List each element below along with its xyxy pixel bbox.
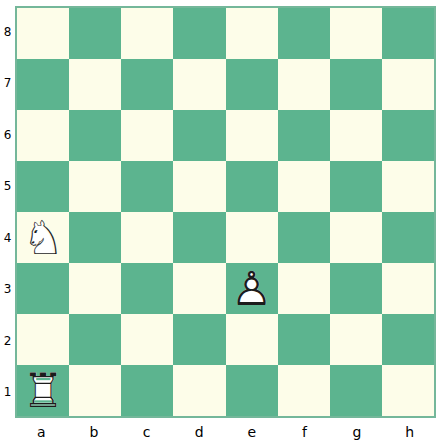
square-d6[interactable]	[173, 110, 225, 161]
file-label-b: b	[68, 420, 121, 445]
square-f4[interactable]	[278, 212, 330, 263]
square-f5[interactable]	[278, 161, 330, 212]
file-label-g: g	[331, 420, 384, 445]
file-label-e: e	[226, 420, 279, 445]
square-g3[interactable]	[330, 263, 382, 314]
square-f7[interactable]	[278, 59, 330, 110]
square-a2[interactable]	[17, 314, 69, 365]
square-h4[interactable]	[382, 212, 434, 263]
square-e8[interactable]	[226, 8, 278, 59]
square-h3[interactable]	[382, 263, 434, 314]
square-h5[interactable]	[382, 161, 434, 212]
square-d2[interactable]	[173, 314, 225, 365]
square-c8[interactable]	[121, 8, 173, 59]
rank-label-6: 6	[0, 109, 15, 161]
file-label-d: d	[173, 420, 226, 445]
square-c3[interactable]	[121, 263, 173, 314]
square-c7[interactable]	[121, 59, 173, 110]
file-label-f: f	[278, 420, 331, 445]
file-label-c: c	[120, 420, 173, 445]
white-knight-outline-icon: ♘	[17, 212, 69, 263]
square-a1[interactable]: ♜♖	[17, 365, 69, 416]
square-g6[interactable]	[330, 110, 382, 161]
white-rook-piece[interactable]: ♜♖	[17, 365, 69, 416]
square-c5[interactable]	[121, 161, 173, 212]
square-h8[interactable]	[382, 8, 434, 59]
square-a6[interactable]	[17, 110, 69, 161]
square-h2[interactable]	[382, 314, 434, 365]
square-d1[interactable]	[173, 365, 225, 416]
square-g4[interactable]	[330, 212, 382, 263]
square-b5[interactable]	[69, 161, 121, 212]
square-g8[interactable]	[330, 8, 382, 59]
rank-label-3: 3	[0, 264, 15, 316]
square-c6[interactable]	[121, 110, 173, 161]
square-f2[interactable]	[278, 314, 330, 365]
square-d8[interactable]	[173, 8, 225, 59]
square-b4[interactable]	[69, 212, 121, 263]
square-b2[interactable]	[69, 314, 121, 365]
rank-label-1: 1	[0, 367, 15, 419]
square-a4[interactable]: ♞♘	[17, 212, 69, 263]
square-f6[interactable]	[278, 110, 330, 161]
rank-label-2: 2	[0, 315, 15, 367]
square-c1[interactable]	[121, 365, 173, 416]
square-h1[interactable]	[382, 365, 434, 416]
file-label-h: h	[383, 420, 436, 445]
square-f8[interactable]	[278, 8, 330, 59]
square-d3[interactable]	[173, 263, 225, 314]
square-h7[interactable]	[382, 59, 434, 110]
square-e6[interactable]	[226, 110, 278, 161]
board: ♞♘♟♙♜♖	[15, 6, 436, 418]
square-d5[interactable]	[173, 161, 225, 212]
square-e3[interactable]: ♟♙	[226, 263, 278, 314]
square-h6[interactable]	[382, 110, 434, 161]
file-label-a: a	[15, 420, 68, 445]
square-a7[interactable]	[17, 59, 69, 110]
square-g1[interactable]	[330, 365, 382, 416]
square-a8[interactable]	[17, 8, 69, 59]
white-pawn-outline-icon: ♙	[226, 263, 278, 314]
square-d4[interactable]	[173, 212, 225, 263]
square-f1[interactable]	[278, 365, 330, 416]
white-pawn-piece[interactable]: ♟♙	[226, 263, 278, 314]
square-e4[interactable]	[226, 212, 278, 263]
square-g7[interactable]	[330, 59, 382, 110]
rank-label-7: 7	[0, 58, 15, 110]
square-e1[interactable]	[226, 365, 278, 416]
rank-labels: 87654321	[0, 6, 15, 418]
file-labels: abcdefgh	[15, 420, 436, 445]
rank-label-8: 8	[0, 6, 15, 58]
square-d7[interactable]	[173, 59, 225, 110]
square-b3[interactable]	[69, 263, 121, 314]
white-knight-piece[interactable]: ♞♘	[17, 212, 69, 263]
square-a3[interactable]	[17, 263, 69, 314]
square-e5[interactable]	[226, 161, 278, 212]
square-e7[interactable]	[226, 59, 278, 110]
square-e2[interactable]	[226, 314, 278, 365]
white-rook-outline-icon: ♖	[17, 365, 69, 416]
square-c4[interactable]	[121, 212, 173, 263]
square-b6[interactable]	[69, 110, 121, 161]
rank-label-5: 5	[0, 161, 15, 213]
square-f3[interactable]	[278, 263, 330, 314]
rank-label-4: 4	[0, 212, 15, 264]
square-b1[interactable]	[69, 365, 121, 416]
square-g5[interactable]	[330, 161, 382, 212]
square-g2[interactable]	[330, 314, 382, 365]
square-b8[interactable]	[69, 8, 121, 59]
square-b7[interactable]	[69, 59, 121, 110]
square-a5[interactable]	[17, 161, 69, 212]
square-c2[interactable]	[121, 314, 173, 365]
